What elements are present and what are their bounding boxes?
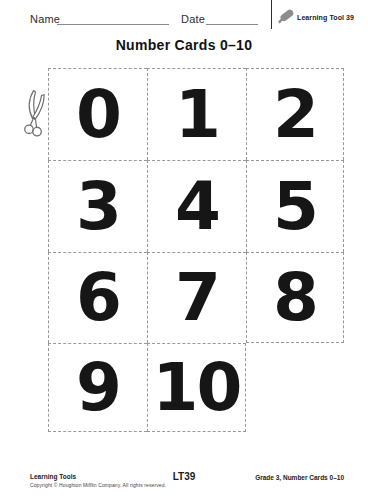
card-number: 6 (76, 265, 120, 331)
learning-tool-label: Learning Tool 39 (297, 14, 354, 21)
name-label: Name (30, 13, 60, 25)
number-card-10: 10 (147, 343, 246, 432)
card-number: 4 (175, 174, 219, 240)
number-card-6: 6 (48, 252, 147, 343)
card-number: 9 (76, 355, 120, 421)
number-card-0: 0 (48, 68, 147, 160)
card-number: 5 (273, 174, 317, 240)
footer-copyright: Copyright © Houghton Mifflin Company. Al… (30, 482, 166, 488)
number-card-8: 8 (246, 252, 344, 343)
number-cards-grid: 0 1 2 3 4 5 6 7 8 9 10 (48, 68, 344, 432)
date-fill-line (206, 24, 258, 25)
number-card-2: 2 (246, 68, 344, 160)
number-card-7: 7 (147, 252, 246, 343)
date-label: Date (181, 13, 205, 25)
name-fill-line (57, 24, 169, 25)
crayon-icon (276, 9, 295, 25)
number-card-3: 3 (48, 160, 147, 252)
footer-grade-label: Grade 3, Number Cards 0–10 (255, 474, 344, 481)
card-number: 0 (76, 82, 120, 148)
card-number: 2 (273, 82, 317, 148)
number-card-5: 5 (246, 160, 344, 252)
card-number: 3 (76, 174, 120, 240)
number-card-1: 1 (147, 68, 246, 160)
card-number: 10 (153, 355, 241, 421)
card-number: 8 (273, 265, 317, 331)
scissors-icon (21, 89, 51, 141)
number-card-4: 4 (147, 160, 246, 252)
number-card-9: 9 (48, 343, 147, 432)
header-divider (271, 0, 272, 29)
page-title: Number Cards 0–10 (0, 37, 368, 53)
card-number: 1 (175, 82, 219, 148)
card-number: 7 (175, 265, 219, 331)
worksheet-page: Name Date Learning Tool 39 Number Cards … (0, 0, 368, 500)
